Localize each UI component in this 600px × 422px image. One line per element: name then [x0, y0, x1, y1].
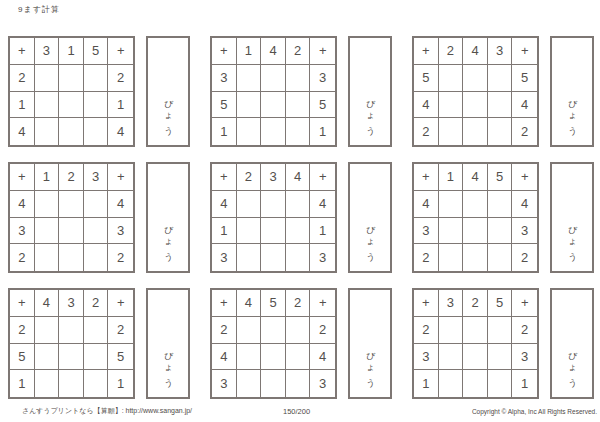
calc-grid-1: +315+221144: [8, 36, 135, 147]
grid7-answer-cell-r1c3[interactable]: [84, 317, 109, 344]
grid6-answer-cell-r2c1[interactable]: [439, 218, 464, 245]
grid4-answer-cell-r1c3[interactable]: [84, 191, 109, 218]
block-row-3: +432+225511びょう+452+224433びょう+325+223311び…: [8, 288, 594, 399]
grid6-answer-cell-r3c2[interactable]: [463, 244, 488, 271]
calc-grid-9: +325+223311: [412, 288, 539, 399]
grid9-answer-cell-r3c3[interactable]: [488, 370, 513, 397]
grid6-row-label-right-3: 2: [512, 244, 537, 271]
grid8-row-label-right-1: 2: [310, 317, 335, 344]
grid1-header-cell-4: +: [108, 38, 133, 65]
grid2-row-label-left-2: 5: [212, 92, 237, 119]
seconds-box-4[interactable]: びょう: [146, 162, 190, 273]
grid9-row-label-right-3: 1: [512, 370, 537, 397]
grid2-answer-cell-r3c1[interactable]: [237, 118, 262, 145]
grid9-row-label-left-2: 3: [414, 344, 439, 371]
grid3-row-label-right-1: 5: [512, 65, 537, 92]
grid3-answer-cell-r3c2[interactable]: [463, 118, 488, 145]
grid5-row-label-right-3: 3: [310, 244, 335, 271]
worksheet-page: 9ます計算 +315+221144びょう+142+335511びょう+243+5…: [0, 0, 600, 422]
grid6-answer-cell-r1c1[interactable]: [439, 191, 464, 218]
grid9-row-label-left-3: 1: [414, 370, 439, 397]
grid3-header-cell-0: +: [414, 38, 439, 65]
grid7-answer-cell-r2c1[interactable]: [35, 344, 60, 371]
grid9-answer-cell-r2c3[interactable]: [488, 344, 513, 371]
grid3-header-cell-3: 3: [488, 38, 513, 65]
grid8-answer-cell-r2c1[interactable]: [237, 344, 262, 371]
grid7-header-cell-2: 3: [59, 290, 84, 317]
grid1-answer-cell-r3c2[interactable]: [59, 118, 84, 145]
grid7-row-label-left-3: 1: [10, 370, 35, 397]
grid2-row-label-left-1: 3: [212, 65, 237, 92]
puzzle-block-4: +123+443322びょう: [8, 162, 190, 273]
grid3-row-label-right-3: 2: [512, 118, 537, 145]
seconds-box-3[interactable]: びょう: [550, 36, 594, 147]
grid4-answer-cell-r3c3[interactable]: [84, 244, 109, 271]
grid5-header-cell-1: 2: [237, 164, 262, 191]
puzzle-block-9: +325+223311びょう: [412, 288, 594, 399]
calc-grid-8: +452+224433: [210, 288, 337, 399]
grid1-answer-cell-r2c1[interactable]: [35, 92, 60, 119]
seconds-label: びょう: [164, 219, 173, 259]
puzzle-block-7: +432+225511びょう: [8, 288, 190, 399]
grid4-header-cell-1: 1: [35, 164, 60, 191]
seconds-box-1[interactable]: びょう: [146, 36, 190, 147]
grid8-answer-cell-r2c2[interactable]: [261, 344, 286, 371]
grid5-answer-cell-r1c3[interactable]: [286, 191, 311, 218]
seconds-label: びょう: [568, 345, 577, 385]
grid7-row-label-right-2: 5: [108, 344, 133, 371]
grid3-row-label-right-2: 4: [512, 92, 537, 119]
grid4-answer-cell-r2c1[interactable]: [35, 218, 60, 245]
calc-grid-7: +432+225511: [8, 288, 135, 399]
grid4-header-cell-0: +: [10, 164, 35, 191]
grid6-header-cell-2: 4: [463, 164, 488, 191]
grid4-row-label-right-2: 3: [108, 218, 133, 245]
grid7-row-label-left-1: 2: [10, 317, 35, 344]
footer-copyright: Copyright © Alpha, Inc All Rights Reserv…: [472, 408, 597, 415]
grid6-row-label-right-2: 3: [512, 218, 537, 245]
grid8-answer-cell-r2c3[interactable]: [286, 344, 311, 371]
grid7-answer-cell-r3c2[interactable]: [59, 370, 84, 397]
grid1-answer-cell-r2c3[interactable]: [84, 92, 109, 119]
grid5-answer-cell-r2c2[interactable]: [261, 218, 286, 245]
grid1-header-cell-3: 5: [84, 38, 109, 65]
grid4-answer-cell-r2c2[interactable]: [59, 218, 84, 245]
grid1-row-label-left-1: 2: [10, 65, 35, 92]
grid2-answer-cell-r3c3[interactable]: [286, 118, 311, 145]
grid9-row-label-left-1: 2: [414, 317, 439, 344]
block-row-1: +315+221144びょう+142+335511びょう+243+554422び…: [8, 36, 594, 147]
grid9-answer-cell-r2c2[interactable]: [463, 344, 488, 371]
grid1-answer-cell-r3c3[interactable]: [84, 118, 109, 145]
grid8-row-label-left-1: 2: [212, 317, 237, 344]
grid9-row-label-right-1: 2: [512, 317, 537, 344]
grid8-header-cell-3: 2: [286, 290, 311, 317]
grid6-answer-cell-r2c3[interactable]: [488, 218, 513, 245]
grid7-answer-cell-r3c3[interactable]: [84, 370, 109, 397]
grid2-header-cell-0: +: [212, 38, 237, 65]
grid7-header-cell-4: +: [108, 290, 133, 317]
grid5-header-cell-0: +: [212, 164, 237, 191]
seconds-label: びょう: [366, 345, 375, 385]
grid6-header-cell-3: 5: [488, 164, 513, 191]
grid4-answer-cell-r1c1[interactable]: [35, 191, 60, 218]
grid9-answer-cell-r1c3[interactable]: [488, 317, 513, 344]
grid5-row-label-left-2: 1: [212, 218, 237, 245]
calc-grid-2: +142+335511: [210, 36, 337, 147]
grid7-row-label-right-3: 1: [108, 370, 133, 397]
grid5-answer-cell-r3c3[interactable]: [286, 244, 311, 271]
grid4-row-label-left-3: 2: [10, 244, 35, 271]
grid5-header-cell-2: 3: [261, 164, 286, 191]
grid4-answer-cell-r2c3[interactable]: [84, 218, 109, 245]
grid3-row-label-left-2: 4: [414, 92, 439, 119]
puzzle-block-1: +315+221144びょう: [8, 36, 190, 147]
grid2-header-cell-3: 2: [286, 38, 311, 65]
grid2-header-cell-4: +: [310, 38, 335, 65]
puzzle-block-5: +234+441133びょう: [210, 162, 392, 273]
grid5-header-cell-4: +: [310, 164, 335, 191]
grid5-row-label-left-1: 4: [212, 191, 237, 218]
grid5-answer-cell-r3c2[interactable]: [261, 244, 286, 271]
grid6-row-label-left-3: 2: [414, 244, 439, 271]
grid7-header-cell-1: 4: [35, 290, 60, 317]
seconds-label: びょう: [164, 345, 173, 385]
grid3-row-label-left-3: 2: [414, 118, 439, 145]
grid4-answer-cell-r3c2[interactable]: [59, 244, 84, 271]
grid5-answer-cell-r2c3[interactable]: [286, 218, 311, 245]
grid3-answer-cell-r3c3[interactable]: [488, 118, 513, 145]
seconds-label: びょう: [366, 219, 375, 259]
grid6-row-label-left-2: 3: [414, 218, 439, 245]
grid4-answer-cell-r3c1[interactable]: [35, 244, 60, 271]
grid5-header-cell-3: 4: [286, 164, 311, 191]
grid1-row-label-right-2: 1: [108, 92, 133, 119]
grid2-answer-cell-r3c2[interactable]: [261, 118, 286, 145]
grid2-header-cell-1: 1: [237, 38, 262, 65]
grid3-header-cell-4: +: [512, 38, 537, 65]
grid3-answer-cell-r1c3[interactable]: [488, 65, 513, 92]
grid2-answer-cell-r1c2[interactable]: [261, 65, 286, 92]
puzzle-block-8: +452+224433びょう: [210, 288, 392, 399]
grid1-answer-cell-r2c2[interactable]: [59, 92, 84, 119]
seconds-box-5[interactable]: びょう: [348, 162, 392, 273]
grid8-answer-cell-r3c2[interactable]: [261, 370, 286, 397]
grid8-header-cell-1: 4: [237, 290, 262, 317]
grid6-header-cell-1: 1: [439, 164, 464, 191]
grid8-row-label-left-3: 3: [212, 370, 237, 397]
grid7-answer-cell-r2c3[interactable]: [84, 344, 109, 371]
seconds-box-9[interactable]: びょう: [550, 288, 594, 399]
grid4-header-cell-4: +: [108, 164, 133, 191]
grid8-answer-cell-r1c3[interactable]: [286, 317, 311, 344]
grid6-answer-cell-r1c3[interactable]: [488, 191, 513, 218]
grid9-header-cell-3: 5: [488, 290, 513, 317]
grid2-answer-cell-r2c3[interactable]: [286, 92, 311, 119]
grid6-header-cell-0: +: [414, 164, 439, 191]
grid3-answer-cell-r2c2[interactable]: [463, 92, 488, 119]
grid9-answer-cell-r3c1[interactable]: [439, 370, 464, 397]
grid3-header-cell-1: 2: [439, 38, 464, 65]
grid5-row-label-left-3: 3: [212, 244, 237, 271]
grid5-row-label-right-2: 1: [310, 218, 335, 245]
grid9-header-cell-0: +: [414, 290, 439, 317]
grid4-header-cell-3: 3: [84, 164, 109, 191]
grid3-row-label-left-1: 5: [414, 65, 439, 92]
grid2-row-label-right-3: 1: [310, 118, 335, 145]
puzzle-block-3: +243+554422びょう: [412, 36, 594, 147]
grid3-header-cell-2: 4: [463, 38, 488, 65]
grid5-answer-cell-r1c1[interactable]: [237, 191, 262, 218]
grid8-row-label-right-2: 4: [310, 344, 335, 371]
footer-page-number: 150/200: [283, 407, 310, 416]
grid9-header-cell-1: 3: [439, 290, 464, 317]
grid8-answer-cell-r1c1[interactable]: [237, 317, 262, 344]
grid2-answer-cell-r2c2[interactable]: [261, 92, 286, 119]
grid9-answer-cell-r1c2[interactable]: [463, 317, 488, 344]
grid7-answer-cell-r2c2[interactable]: [59, 344, 84, 371]
grid8-answer-cell-r3c1[interactable]: [237, 370, 262, 397]
grid7-header-cell-0: +: [10, 290, 35, 317]
grid1-answer-cell-r1c3[interactable]: [84, 65, 109, 92]
grid8-answer-cell-r1c2[interactable]: [261, 317, 286, 344]
grid9-header-cell-4: +: [512, 290, 537, 317]
grid3-answer-cell-r2c3[interactable]: [488, 92, 513, 119]
grid6-answer-cell-r1c2[interactable]: [463, 191, 488, 218]
grid3-answer-cell-r1c1[interactable]: [439, 65, 464, 92]
grid5-answer-cell-r3c1[interactable]: [237, 244, 262, 271]
grid7-header-cell-3: 2: [84, 290, 109, 317]
seconds-label: びょう: [568, 93, 577, 133]
seconds-box-6[interactable]: びょう: [550, 162, 594, 273]
grid3-answer-cell-r2c1[interactable]: [439, 92, 464, 119]
grid1-row-label-left-2: 1: [10, 92, 35, 119]
grid9-header-cell-2: 2: [463, 290, 488, 317]
grid4-header-cell-2: 2: [59, 164, 84, 191]
grid1-header-cell-0: +: [10, 38, 35, 65]
grid4-row-label-left-2: 3: [10, 218, 35, 245]
footer-site-credit: さんすうプリントなら【算願】: http://www.sangan.jp/: [22, 406, 192, 416]
block-row-2: +123+443322びょう+234+441133びょう+145+443322び…: [8, 162, 594, 273]
grid6-row-label-left-1: 4: [414, 191, 439, 218]
page-title: 9ます計算: [18, 4, 60, 15]
grid2-header-cell-2: 4: [261, 38, 286, 65]
grid6-answer-cell-r3c3[interactable]: [488, 244, 513, 271]
grid7-answer-cell-r1c2[interactable]: [59, 317, 84, 344]
grid2-row-label-right-2: 5: [310, 92, 335, 119]
grid2-row-label-right-1: 3: [310, 65, 335, 92]
grid9-answer-cell-r2c1[interactable]: [439, 344, 464, 371]
grid6-row-label-right-1: 4: [512, 191, 537, 218]
calc-grid-6: +145+443322: [412, 162, 539, 273]
seconds-label: びょう: [164, 93, 173, 133]
grid8-row-label-left-2: 4: [212, 344, 237, 371]
grid8-header-cell-0: +: [212, 290, 237, 317]
grid4-row-label-left-1: 4: [10, 191, 35, 218]
seconds-box-7[interactable]: びょう: [146, 288, 190, 399]
grid6-answer-cell-r3c1[interactable]: [439, 244, 464, 271]
grid3-answer-cell-r1c2[interactable]: [463, 65, 488, 92]
seconds-label: びょう: [366, 93, 375, 133]
grid1-row-label-right-3: 4: [108, 118, 133, 145]
grid1-row-label-right-1: 2: [108, 65, 133, 92]
grid9-answer-cell-r3c2[interactable]: [463, 370, 488, 397]
grid8-header-cell-4: +: [310, 290, 335, 317]
grid7-row-label-left-2: 5: [10, 344, 35, 371]
grid1-answer-cell-r3c1[interactable]: [35, 118, 60, 145]
grid1-answer-cell-r1c2[interactable]: [59, 65, 84, 92]
grid2-answer-cell-r1c1[interactable]: [237, 65, 262, 92]
calc-grid-5: +234+441133: [210, 162, 337, 273]
grid1-answer-cell-r1c1[interactable]: [35, 65, 60, 92]
grid2-answer-cell-r2c1[interactable]: [237, 92, 262, 119]
grid1-header-cell-1: 3: [35, 38, 60, 65]
grid8-answer-cell-r3c3[interactable]: [286, 370, 311, 397]
grid2-row-label-left-3: 1: [212, 118, 237, 145]
grid4-answer-cell-r1c2[interactable]: [59, 191, 84, 218]
seconds-box-2[interactable]: びょう: [348, 36, 392, 147]
grid6-header-cell-4: +: [512, 164, 537, 191]
grid1-header-cell-2: 1: [59, 38, 84, 65]
puzzle-block-2: +142+335511びょう: [210, 36, 392, 147]
grid8-row-label-right-3: 3: [310, 370, 335, 397]
grid7-answer-cell-r3c1[interactable]: [35, 370, 60, 397]
calc-grid-3: +243+554422: [412, 36, 539, 147]
grid7-answer-cell-r1c1[interactable]: [35, 317, 60, 344]
grid1-row-label-left-3: 4: [10, 118, 35, 145]
grid4-row-label-right-1: 4: [108, 191, 133, 218]
grid5-answer-cell-r1c2[interactable]: [261, 191, 286, 218]
grid2-answer-cell-r1c3[interactable]: [286, 65, 311, 92]
calc-grid-4: +123+443322: [8, 162, 135, 273]
grid9-row-label-right-2: 3: [512, 344, 537, 371]
grid7-row-label-right-1: 2: [108, 317, 133, 344]
grid5-answer-cell-r2c1[interactable]: [237, 218, 262, 245]
puzzle-block-6: +145+443322びょう: [412, 162, 594, 273]
grid6-answer-cell-r2c2[interactable]: [463, 218, 488, 245]
grid5-row-label-right-1: 4: [310, 191, 335, 218]
grid8-header-cell-2: 5: [261, 290, 286, 317]
seconds-label: びょう: [568, 219, 577, 259]
seconds-box-8[interactable]: びょう: [348, 288, 392, 399]
grid4-row-label-right-3: 2: [108, 244, 133, 271]
grid3-answer-cell-r3c1[interactable]: [439, 118, 464, 145]
grid9-answer-cell-r1c1[interactable]: [439, 317, 464, 344]
